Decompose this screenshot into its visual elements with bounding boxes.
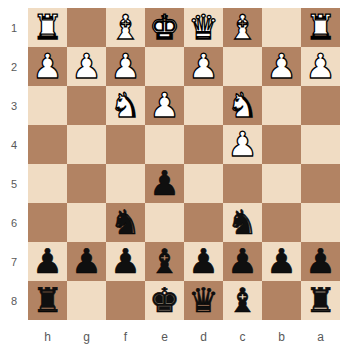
square-g2[interactable]: ♟ (67, 47, 106, 86)
piece-wK-e1[interactable]: ♚ (149, 10, 179, 44)
square-g6[interactable] (67, 203, 106, 242)
square-e4[interactable] (145, 125, 184, 164)
piece-bQ-d8[interactable]: ♛ (188, 283, 218, 317)
file-label-c: c (223, 320, 262, 353)
square-a1[interactable]: ♜ (301, 8, 340, 47)
square-a7[interactable]: ♟ (301, 242, 340, 281)
rank-label-7: 7 (0, 242, 28, 281)
piece-bP-g7[interactable]: ♟ (71, 244, 101, 278)
square-e8[interactable]: ♚ (145, 281, 184, 320)
file-label-e: e (145, 320, 184, 353)
rank-label-4: 4 (0, 125, 28, 164)
file-label-h: h (28, 320, 67, 353)
square-g3[interactable] (67, 86, 106, 125)
piece-bB-c8[interactable]: ♝ (227, 283, 257, 317)
piece-bB-e7[interactable]: ♝ (149, 244, 179, 278)
square-b6[interactable] (262, 203, 301, 242)
square-b8[interactable] (262, 281, 301, 320)
square-b7[interactable]: ♟ (262, 242, 301, 281)
piece-wP-a2[interactable]: ♟ (305, 49, 335, 83)
square-h5[interactable] (28, 164, 67, 203)
piece-wP-c4[interactable]: ♟ (227, 127, 257, 161)
square-h4[interactable] (28, 125, 67, 164)
square-h6[interactable] (28, 203, 67, 242)
square-f7[interactable]: ♟ (106, 242, 145, 281)
rank-label-3: 3 (0, 86, 28, 125)
square-e2[interactable] (145, 47, 184, 86)
rank-label-2: 2 (0, 47, 28, 86)
piece-wP-f2[interactable]: ♟ (110, 49, 140, 83)
square-b5[interactable] (262, 164, 301, 203)
piece-bR-a8[interactable]: ♜ (305, 283, 335, 317)
square-e5[interactable]: ♟ (145, 164, 184, 203)
rank-label-6: 6 (0, 203, 28, 242)
piece-wP-h2[interactable]: ♟ (32, 49, 62, 83)
piece-bN-f6[interactable]: ♞ (110, 205, 140, 239)
square-d3[interactable] (184, 86, 223, 125)
square-c7[interactable]: ♟ (223, 242, 262, 281)
square-a6[interactable] (301, 203, 340, 242)
rank-label-5: 5 (0, 164, 28, 203)
square-d8[interactable]: ♛ (184, 281, 223, 320)
piece-bP-c7[interactable]: ♟ (227, 244, 257, 278)
square-d6[interactable] (184, 203, 223, 242)
chess-board-widget: 12345678 ♜♝♚♛♝♜♟♟♟♟♟♟♞♟♞♟♟♞♞♟♟♟♝♟♟♟♟♜♚♛♝… (0, 0, 348, 353)
file-label-f: f (106, 320, 145, 353)
square-c2[interactable] (223, 47, 262, 86)
board: ♜♝♚♛♝♜♟♟♟♟♟♟♞♟♞♟♟♞♞♟♟♟♝♟♟♟♟♜♚♛♝♜ (28, 8, 340, 320)
square-a4[interactable] (301, 125, 340, 164)
piece-wR-h1[interactable]: ♜ (32, 10, 62, 44)
square-a2[interactable]: ♟ (301, 47, 340, 86)
square-c8[interactable]: ♝ (223, 281, 262, 320)
square-g8[interactable] (67, 281, 106, 320)
piece-wP-g2[interactable]: ♟ (71, 49, 101, 83)
square-f4[interactable] (106, 125, 145, 164)
file-label-d: d (184, 320, 223, 353)
square-b1[interactable] (262, 8, 301, 47)
square-c1[interactable]: ♝ (223, 8, 262, 47)
square-d4[interactable] (184, 125, 223, 164)
piece-wR-a1[interactable]: ♜ (305, 10, 335, 44)
piece-wN-c3[interactable]: ♞ (227, 88, 257, 122)
square-f2[interactable]: ♟ (106, 47, 145, 86)
square-b2[interactable]: ♟ (262, 47, 301, 86)
square-d5[interactable] (184, 164, 223, 203)
piece-wB-f1[interactable]: ♝ (110, 10, 140, 44)
file-labels: hgfedcba (28, 320, 340, 353)
piece-bR-h8[interactable]: ♜ (32, 283, 62, 317)
piece-wP-b2[interactable]: ♟ (266, 49, 296, 83)
square-h8[interactable]: ♜ (28, 281, 67, 320)
square-g7[interactable]: ♟ (67, 242, 106, 281)
file-label-a: a (301, 320, 340, 353)
file-label-g: g (67, 320, 106, 353)
square-f3[interactable]: ♞ (106, 86, 145, 125)
square-a5[interactable] (301, 164, 340, 203)
piece-wB-c1[interactable]: ♝ (227, 10, 257, 44)
piece-bP-e5[interactable]: ♟ (149, 166, 179, 200)
square-c6[interactable]: ♞ (223, 203, 262, 242)
piece-bP-a7[interactable]: ♟ (305, 244, 335, 278)
square-c3[interactable]: ♞ (223, 86, 262, 125)
rank-labels: 12345678 (0, 8, 28, 320)
piece-bP-h7[interactable]: ♟ (32, 244, 62, 278)
square-h1[interactable]: ♜ (28, 8, 67, 47)
square-f5[interactable] (106, 164, 145, 203)
piece-bP-f7[interactable]: ♟ (110, 244, 140, 278)
square-g5[interactable] (67, 164, 106, 203)
square-e7[interactable]: ♝ (145, 242, 184, 281)
square-c5[interactable] (223, 164, 262, 203)
square-f1[interactable]: ♝ (106, 8, 145, 47)
square-f6[interactable]: ♞ (106, 203, 145, 242)
piece-bN-c6[interactable]: ♞ (227, 205, 257, 239)
square-h2[interactable]: ♟ (28, 47, 67, 86)
piece-wP-d2[interactable]: ♟ (188, 49, 218, 83)
square-b3[interactable] (262, 86, 301, 125)
square-a3[interactable] (301, 86, 340, 125)
piece-wN-f3[interactable]: ♞ (110, 88, 140, 122)
square-f8[interactable] (106, 281, 145, 320)
file-label-b: b (262, 320, 301, 353)
square-d2[interactable]: ♟ (184, 47, 223, 86)
square-b4[interactable] (262, 125, 301, 164)
square-c4[interactable]: ♟ (223, 125, 262, 164)
piece-wP-e3[interactable]: ♟ (149, 88, 179, 122)
square-h3[interactable] (28, 86, 67, 125)
square-g4[interactable] (67, 125, 106, 164)
square-a8[interactable]: ♜ (301, 281, 340, 320)
piece-bP-b7[interactable]: ♟ (266, 244, 296, 278)
square-e3[interactable]: ♟ (145, 86, 184, 125)
rank-label-1: 1 (0, 8, 28, 47)
square-g1[interactable] (67, 8, 106, 47)
square-e1[interactable]: ♚ (145, 8, 184, 47)
square-d7[interactable]: ♟ (184, 242, 223, 281)
square-d1[interactable]: ♛ (184, 8, 223, 47)
square-h7[interactable]: ♟ (28, 242, 67, 281)
piece-bP-d7[interactable]: ♟ (188, 244, 218, 278)
square-e6[interactable] (145, 203, 184, 242)
rank-label-8: 8 (0, 281, 28, 320)
piece-bK-e8[interactable]: ♚ (149, 283, 179, 317)
piece-wQ-d1[interactable]: ♛ (188, 10, 218, 44)
